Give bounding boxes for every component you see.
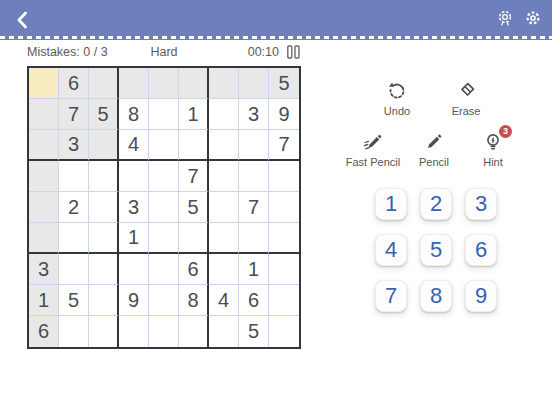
sudoku-board: 6575813934772357136115984665 [27, 66, 301, 349]
erase-label: Erase [452, 105, 481, 117]
cell-r6c9[interactable] [269, 223, 299, 254]
cell-r3c9[interactable]: 7 [269, 130, 299, 161]
cell-r9c6[interactable] [179, 316, 209, 347]
cell-r8c1[interactable]: 1 [29, 285, 59, 316]
cell-r9c4[interactable] [119, 316, 149, 347]
cell-r7c6[interactable]: 6 [179, 254, 209, 285]
cell-r1c3[interactable] [89, 68, 119, 99]
cell-r5c7[interactable] [209, 192, 239, 223]
fast-pencil-label: Fast Pencil [346, 156, 400, 168]
cell-r5c3[interactable] [89, 192, 119, 223]
cell-r1c9[interactable]: 5 [269, 68, 299, 99]
cell-r8c3[interactable] [89, 285, 119, 316]
cell-r4c4[interactable] [119, 161, 149, 192]
pause-icon [286, 44, 301, 60]
cell-r1c8[interactable] [239, 68, 269, 99]
undo-icon [386, 80, 408, 102]
cell-r8c7[interactable]: 4 [209, 285, 239, 316]
cell-r7c7[interactable] [209, 254, 239, 285]
cell-r6c4[interactable]: 1 [119, 223, 149, 254]
numpad-9[interactable]: 9 [465, 280, 497, 312]
cell-r4c2[interactable] [59, 161, 89, 192]
undo-button[interactable]: Undo [369, 80, 425, 117]
cell-r5c9[interactable] [269, 192, 299, 223]
cell-r4c9[interactable] [269, 161, 299, 192]
undo-label: Undo [384, 105, 410, 117]
cell-r7c9[interactable] [269, 254, 299, 285]
cell-r7c8[interactable]: 1 [239, 254, 269, 285]
cell-r5c8[interactable]: 7 [239, 192, 269, 223]
cell-r6c3[interactable] [89, 223, 119, 254]
cell-r2c5[interactable] [149, 99, 179, 130]
cell-r6c5[interactable] [149, 223, 179, 254]
numpad-7[interactable]: 7 [375, 280, 407, 312]
back-button[interactable] [12, 9, 32, 31]
cell-r5c4[interactable]: 3 [119, 192, 149, 223]
cell-r6c2[interactable] [59, 223, 89, 254]
numpad-6[interactable]: 6 [465, 234, 497, 266]
pause-button[interactable] [285, 44, 301, 60]
chevron-left-icon [15, 10, 29, 30]
cell-r9c8[interactable]: 5 [239, 316, 269, 347]
numpad-3[interactable]: 3 [465, 188, 497, 220]
award-badge-button[interactable] [496, 9, 514, 27]
pencil-icon [423, 131, 445, 153]
mistakes-label: Mistakes: [27, 45, 80, 59]
cell-r5c2[interactable]: 2 [59, 192, 89, 223]
numpad-5[interactable]: 5 [420, 234, 452, 266]
numpad-4[interactable]: 4 [375, 234, 407, 266]
cell-r1c4[interactable] [119, 68, 149, 99]
cell-r9c2[interactable] [59, 316, 89, 347]
numpad-1[interactable]: 1 [375, 188, 407, 220]
cell-r2c2[interactable]: 7 [59, 99, 89, 130]
cell-r1c6[interactable] [179, 68, 209, 99]
hint-badge: 3 [499, 125, 512, 138]
cell-r3c3[interactable] [89, 130, 119, 161]
cell-r5c1[interactable] [29, 192, 59, 223]
mistakes-value: 0 / 3 [83, 45, 107, 59]
cell-r4c8[interactable] [239, 161, 269, 192]
top-bar-actions [496, 9, 542, 27]
gear-icon [524, 9, 542, 27]
cell-r8c8[interactable]: 6 [239, 285, 269, 316]
timer: 00:10 [248, 45, 279, 59]
settings-button[interactable] [524, 9, 542, 27]
cell-r4c5[interactable] [149, 161, 179, 192]
cell-r6c6[interactable] [179, 223, 209, 254]
mistakes-counter: Mistakes: 0 / 3 [27, 45, 108, 59]
hint-button[interactable]: 3 Hint [460, 131, 526, 168]
cell-r3c6[interactable] [179, 130, 209, 161]
cell-r2c8[interactable]: 3 [239, 99, 269, 130]
cell-r8c4[interactable]: 9 [119, 285, 149, 316]
cell-r3c8[interactable] [239, 130, 269, 161]
cell-r2c1[interactable] [29, 99, 59, 130]
sudoku-app: Mistakes: 0 / 3 Hard 00:10 6575813934772… [0, 0, 552, 414]
cell-r7c3[interactable] [89, 254, 119, 285]
numpad-8[interactable]: 8 [420, 280, 452, 312]
cell-r1c2[interactable]: 6 [59, 68, 89, 99]
cell-r8c2[interactable]: 5 [59, 285, 89, 316]
cell-r9c5[interactable] [149, 316, 179, 347]
cell-r7c1[interactable]: 3 [29, 254, 59, 285]
cell-r4c3[interactable] [89, 161, 119, 192]
cell-r5c6[interactable]: 5 [179, 192, 209, 223]
perforation-divider [0, 36, 552, 39]
cell-r6c7[interactable] [209, 223, 239, 254]
cell-r2c6[interactable]: 1 [179, 99, 209, 130]
hint-label: Hint [483, 156, 503, 168]
cell-r2c4[interactable]: 8 [119, 99, 149, 130]
status-bar: Mistakes: 0 / 3 Hard 00:10 [27, 43, 301, 61]
cell-r9c1[interactable]: 6 [29, 316, 59, 347]
cell-r1c1[interactable] [29, 68, 59, 99]
cell-r2c7[interactable] [209, 99, 239, 130]
fast-pencil-icon [362, 131, 384, 153]
top-bar [0, 0, 552, 40]
cell-r7c2[interactable] [59, 254, 89, 285]
cell-r6c8[interactable] [239, 223, 269, 254]
difficulty-label: Hard [150, 45, 177, 59]
cell-r8c9[interactable] [269, 285, 299, 316]
cell-r1c7[interactable] [209, 68, 239, 99]
cell-r3c2[interactable]: 3 [59, 130, 89, 161]
cell-r3c1[interactable] [29, 130, 59, 161]
cell-r2c3[interactable]: 5 [89, 99, 119, 130]
cell-r4c1[interactable] [29, 161, 59, 192]
award-badge-icon [496, 9, 514, 27]
cell-r9c9[interactable] [269, 316, 299, 347]
cell-r3c5[interactable] [149, 130, 179, 161]
number-pad: 123456789 [375, 188, 497, 312]
cell-r8c6[interactable]: 8 [179, 285, 209, 316]
lightbulb-icon: 3 [482, 131, 504, 153]
cell-r6c1[interactable] [29, 223, 59, 254]
cell-r4c6[interactable]: 7 [179, 161, 209, 192]
numpad-2[interactable]: 2 [420, 188, 452, 220]
cell-r3c4[interactable]: 4 [119, 130, 149, 161]
erase-button[interactable]: Erase [438, 80, 494, 117]
cell-r7c4[interactable] [119, 254, 149, 285]
pencil-button[interactable]: Pencil [399, 131, 469, 168]
eraser-icon [455, 80, 477, 102]
pencil-label: Pencil [419, 156, 449, 168]
cell-r8c5[interactable] [149, 285, 179, 316]
cell-r4c7[interactable] [209, 161, 239, 192]
cell-r5c5[interactable] [149, 192, 179, 223]
cell-r2c9[interactable]: 9 [269, 99, 299, 130]
cell-r9c7[interactable] [209, 316, 239, 347]
cell-r3c7[interactable] [209, 130, 239, 161]
cell-r7c5[interactable] [149, 254, 179, 285]
cell-r1c5[interactable] [149, 68, 179, 99]
cell-r9c3[interactable] [89, 316, 119, 347]
timer-group: 00:10 [248, 44, 301, 60]
